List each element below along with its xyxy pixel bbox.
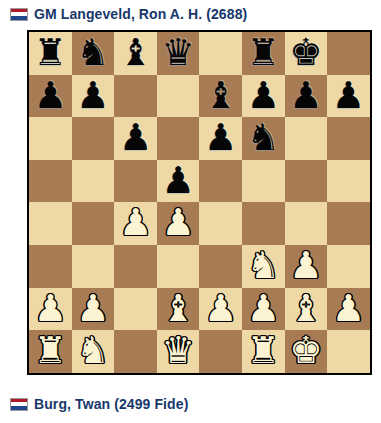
square-f5	[242, 160, 285, 203]
square-a6	[29, 117, 72, 160]
square-b7: ♟	[72, 75, 115, 118]
square-d5: ♟	[157, 160, 200, 203]
square-c2	[114, 288, 157, 331]
square-g8: ♚	[285, 32, 328, 75]
piece-white-bishop: ♝	[289, 288, 322, 331]
square-d8: ♛	[157, 32, 200, 75]
piece-black-bishop: ♝	[204, 75, 237, 118]
square-g2: ♝	[285, 288, 328, 331]
square-g4	[285, 202, 328, 245]
square-a7: ♟	[29, 75, 72, 118]
chess-board: ♜♞♝♛♜♚♟♟♝♟♟♟♟♟♞♟♟♟♞♟♟♟♝♟♟♝♟♜♞♛♜♚	[29, 32, 370, 373]
square-g7: ♟	[285, 75, 328, 118]
piece-white-pawn: ♟	[34, 288, 67, 331]
square-a5	[29, 160, 72, 203]
square-a3	[29, 245, 72, 288]
square-h7: ♟	[327, 75, 370, 118]
piece-black-bishop: ♝	[119, 32, 152, 75]
square-e2: ♟	[199, 288, 242, 331]
square-f2: ♟	[242, 288, 285, 331]
square-e8	[199, 32, 242, 75]
square-b8: ♞	[72, 32, 115, 75]
square-h3	[327, 245, 370, 288]
square-g3: ♟	[285, 245, 328, 288]
piece-black-pawn: ♟	[204, 117, 237, 160]
square-e5	[199, 160, 242, 203]
square-f8: ♜	[242, 32, 285, 75]
chess-board-frame: ♜♞♝♛♜♚♟♟♝♟♟♟♟♟♞♟♟♟♞♟♟♟♝♟♟♝♟♜♞♛♜♚	[27, 30, 372, 375]
piece-white-queen: ♛	[161, 330, 194, 373]
square-d4: ♟	[157, 202, 200, 245]
square-f4	[242, 202, 285, 245]
square-d6	[157, 117, 200, 160]
flag-stripe-blue	[11, 406, 27, 410]
piece-white-king: ♚	[289, 330, 322, 373]
piece-white-bishop: ♝	[161, 288, 194, 331]
piece-white-knight: ♞	[76, 330, 109, 373]
piece-white-pawn: ♟	[161, 202, 194, 245]
square-c3	[114, 245, 157, 288]
square-e1	[199, 330, 242, 373]
piece-black-pawn: ♟	[289, 75, 322, 118]
piece-black-knight: ♞	[247, 117, 280, 160]
black-player-name: GM Langeveld, Ron A. H. (2688)	[34, 6, 247, 22]
square-h6	[327, 117, 370, 160]
square-a2: ♟	[29, 288, 72, 331]
netherlands-flag-icon	[10, 8, 28, 21]
square-c6: ♟	[114, 117, 157, 160]
piece-black-rook: ♜	[34, 32, 67, 75]
square-e7: ♝	[199, 75, 242, 118]
piece-white-knight: ♞	[247, 245, 280, 288]
square-f7: ♟	[242, 75, 285, 118]
square-c5	[114, 160, 157, 203]
square-e3	[199, 245, 242, 288]
square-d1: ♛	[157, 330, 200, 373]
square-c4: ♟	[114, 202, 157, 245]
piece-white-pawn: ♟	[76, 288, 109, 331]
piece-black-pawn: ♟	[332, 75, 365, 118]
square-c7	[114, 75, 157, 118]
piece-white-pawn: ♟	[247, 288, 280, 331]
square-b2: ♟	[72, 288, 115, 331]
square-b1: ♞	[72, 330, 115, 373]
square-f6: ♞	[242, 117, 285, 160]
piece-black-pawn: ♟	[161, 160, 194, 203]
white-player-header: Burg, Twan (2499 Fide)	[10, 396, 188, 412]
piece-black-king: ♚	[289, 32, 322, 75]
square-a4	[29, 202, 72, 245]
square-h5	[327, 160, 370, 203]
piece-white-pawn: ♟	[119, 202, 152, 245]
piece-white-rook: ♜	[34, 330, 67, 373]
square-g1: ♚	[285, 330, 328, 373]
square-d2: ♝	[157, 288, 200, 331]
square-d3	[157, 245, 200, 288]
square-d7	[157, 75, 200, 118]
square-e4	[199, 202, 242, 245]
square-g5	[285, 160, 328, 203]
white-player-name: Burg, Twan (2499 Fide)	[34, 396, 188, 412]
square-f3: ♞	[242, 245, 285, 288]
square-h1	[327, 330, 370, 373]
square-b3	[72, 245, 115, 288]
square-h2: ♟	[327, 288, 370, 331]
piece-white-pawn: ♟	[332, 288, 365, 331]
square-b4	[72, 202, 115, 245]
piece-white-rook: ♜	[247, 330, 280, 373]
square-g6	[285, 117, 328, 160]
piece-white-pawn: ♟	[204, 288, 237, 331]
square-h8	[327, 32, 370, 75]
square-a8: ♜	[29, 32, 72, 75]
piece-black-queen: ♛	[161, 32, 194, 75]
square-b5	[72, 160, 115, 203]
square-b6	[72, 117, 115, 160]
piece-white-pawn: ♟	[289, 245, 322, 288]
piece-black-pawn: ♟	[76, 75, 109, 118]
black-player-header: GM Langeveld, Ron A. H. (2688)	[10, 6, 247, 22]
square-a1: ♜	[29, 330, 72, 373]
netherlands-flag-icon	[10, 398, 28, 411]
square-f1: ♜	[242, 330, 285, 373]
flag-stripe-blue	[11, 16, 27, 20]
square-c1	[114, 330, 157, 373]
piece-black-pawn: ♟	[34, 75, 67, 118]
square-c8: ♝	[114, 32, 157, 75]
piece-black-pawn: ♟	[247, 75, 280, 118]
piece-black-pawn: ♟	[119, 117, 152, 160]
square-e6: ♟	[199, 117, 242, 160]
square-h4	[327, 202, 370, 245]
piece-black-knight: ♞	[76, 32, 109, 75]
piece-black-rook: ♜	[247, 32, 280, 75]
